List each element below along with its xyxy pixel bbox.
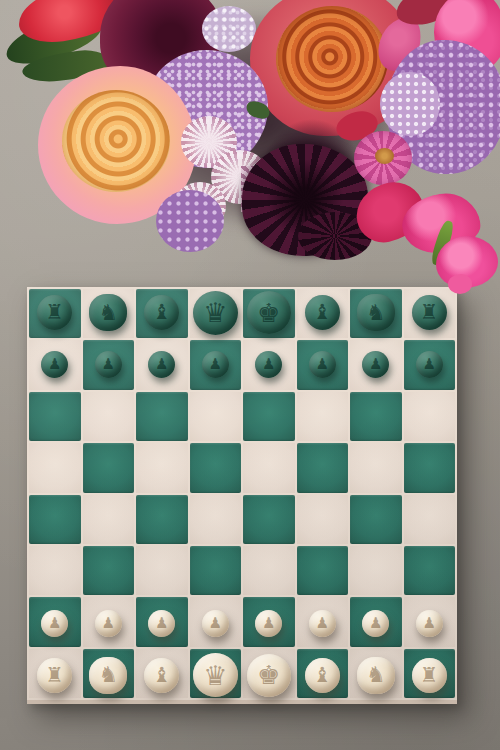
square-g3[interactable] — [350, 546, 402, 595]
square-c6[interactable] — [136, 392, 188, 441]
square-f7[interactable]: ♟ — [297, 340, 349, 389]
square-b3[interactable] — [83, 546, 135, 595]
square-b5[interactable] — [83, 443, 135, 492]
green-pawn-f7[interactable]: ♟ — [309, 351, 336, 378]
square-g7[interactable]: ♟ — [350, 340, 402, 389]
square-c3[interactable] — [136, 546, 188, 595]
square-f3[interactable] — [297, 546, 349, 595]
chess-board: ♜♞♝♛♚♝♞♜♟♟♟♟♟♟♟♟♟♟♟♟♟♟♟♟♜♞♝♛♚♝♞♜ — [27, 287, 457, 704]
square-g4[interactable] — [350, 495, 402, 544]
green-pawn-e7[interactable]: ♟ — [255, 351, 282, 378]
square-g2[interactable]: ♟ — [350, 597, 402, 646]
cream-pawn-d2[interactable]: ♟ — [202, 610, 229, 637]
green-pawn-h7[interactable]: ♟ — [416, 351, 443, 378]
green-pawn-d7[interactable]: ♟ — [202, 351, 229, 378]
cream-pawn-f2[interactable]: ♟ — [309, 610, 336, 637]
square-e2[interactable]: ♟ — [243, 597, 295, 646]
chess-board-wrap: ♜♞♝♛♚♝♞♜♟♟♟♟♟♟♟♟♟♟♟♟♟♟♟♟♜♞♝♛♚♝♞♜ — [27, 287, 457, 704]
white-lilac-cluster — [202, 6, 256, 52]
square-a2[interactable]: ♟ — [29, 597, 81, 646]
square-g1[interactable]: ♞ — [350, 649, 402, 698]
cream-knight-g1[interactable]: ♞ — [357, 657, 395, 694]
square-f2[interactable]: ♟ — [297, 597, 349, 646]
square-d2[interactable]: ♟ — [190, 597, 242, 646]
lilac-cluster-lower — [156, 190, 224, 252]
cream-pawn-e2[interactable]: ♟ — [255, 610, 282, 637]
square-h7[interactable]: ♟ — [404, 340, 456, 389]
cream-pawn-c2[interactable]: ♟ — [148, 610, 175, 637]
square-a5[interactable] — [29, 443, 81, 492]
cream-pawn-g2[interactable]: ♟ — [362, 610, 389, 637]
square-a6[interactable] — [29, 392, 81, 441]
square-c1[interactable]: ♝ — [136, 649, 188, 698]
square-h5[interactable] — [404, 443, 456, 492]
square-h1[interactable]: ♜ — [404, 649, 456, 698]
square-a3[interactable] — [29, 546, 81, 595]
square-b2[interactable]: ♟ — [83, 597, 135, 646]
cream-bishop-c1[interactable]: ♝ — [144, 658, 179, 693]
square-b4[interactable] — [83, 495, 135, 544]
square-h6[interactable] — [404, 392, 456, 441]
green-pawn-g7[interactable]: ♟ — [362, 351, 389, 378]
square-e5[interactable] — [243, 443, 295, 492]
peach-rose-center — [62, 90, 170, 192]
square-d6[interactable] — [190, 392, 242, 441]
square-g6[interactable] — [350, 392, 402, 441]
square-e7[interactable]: ♟ — [243, 340, 295, 389]
cream-king-e1[interactable]: ♚ — [247, 654, 291, 697]
green-pawn-a7[interactable]: ♟ — [41, 351, 68, 378]
square-f6[interactable] — [297, 392, 349, 441]
green-pawn-b7[interactable]: ♟ — [95, 351, 122, 378]
square-d7[interactable]: ♟ — [190, 340, 242, 389]
square-a7[interactable]: ♟ — [29, 340, 81, 389]
square-c4[interactable] — [136, 495, 188, 544]
cream-bishop-f1[interactable]: ♝ — [305, 658, 340, 693]
square-e1[interactable]: ♚ — [243, 649, 295, 698]
flower-bouquet — [0, 0, 500, 310]
square-d1[interactable]: ♛ — [190, 649, 242, 698]
square-h3[interactable] — [404, 546, 456, 595]
square-a4[interactable] — [29, 495, 81, 544]
square-f4[interactable] — [297, 495, 349, 544]
cream-pawn-b2[interactable]: ♟ — [95, 610, 122, 637]
pink-sweet-pea-tip — [448, 274, 472, 294]
square-e6[interactable] — [243, 392, 295, 441]
square-c7[interactable]: ♟ — [136, 340, 188, 389]
square-f1[interactable]: ♝ — [297, 649, 349, 698]
square-b6[interactable] — [83, 392, 135, 441]
square-b1[interactable]: ♞ — [83, 649, 135, 698]
cream-pawn-a2[interactable]: ♟ — [41, 610, 68, 637]
square-c5[interactable] — [136, 443, 188, 492]
cream-pawn-h2[interactable]: ♟ — [416, 610, 443, 637]
cream-rook-h1[interactable]: ♜ — [412, 658, 447, 693]
square-e4[interactable] — [243, 495, 295, 544]
cream-queen-d1[interactable]: ♛ — [193, 653, 238, 697]
green-pawn-c7[interactable]: ♟ — [148, 351, 175, 378]
square-g5[interactable] — [350, 443, 402, 492]
square-d4[interactable] — [190, 495, 242, 544]
square-h2[interactable]: ♟ — [404, 597, 456, 646]
zinnia-center — [375, 148, 394, 164]
orange-rose-center — [276, 6, 388, 112]
cream-rook-a1[interactable]: ♜ — [37, 658, 72, 693]
square-e3[interactable] — [243, 546, 295, 595]
square-d3[interactable] — [190, 546, 242, 595]
square-c2[interactable]: ♟ — [136, 597, 188, 646]
photo-scene: ♜♞♝♛♚♝♞♜♟♟♟♟♟♟♟♟♟♟♟♟♟♟♟♟♜♞♝♛♚♝♞♜ — [0, 0, 500, 750]
square-a1[interactable]: ♜ — [29, 649, 81, 698]
square-d5[interactable] — [190, 443, 242, 492]
square-b7[interactable]: ♟ — [83, 340, 135, 389]
square-f5[interactable] — [297, 443, 349, 492]
pale-lilac-cluster — [380, 72, 440, 136]
square-h4[interactable] — [404, 495, 456, 544]
cream-knight-b1[interactable]: ♞ — [89, 657, 127, 694]
